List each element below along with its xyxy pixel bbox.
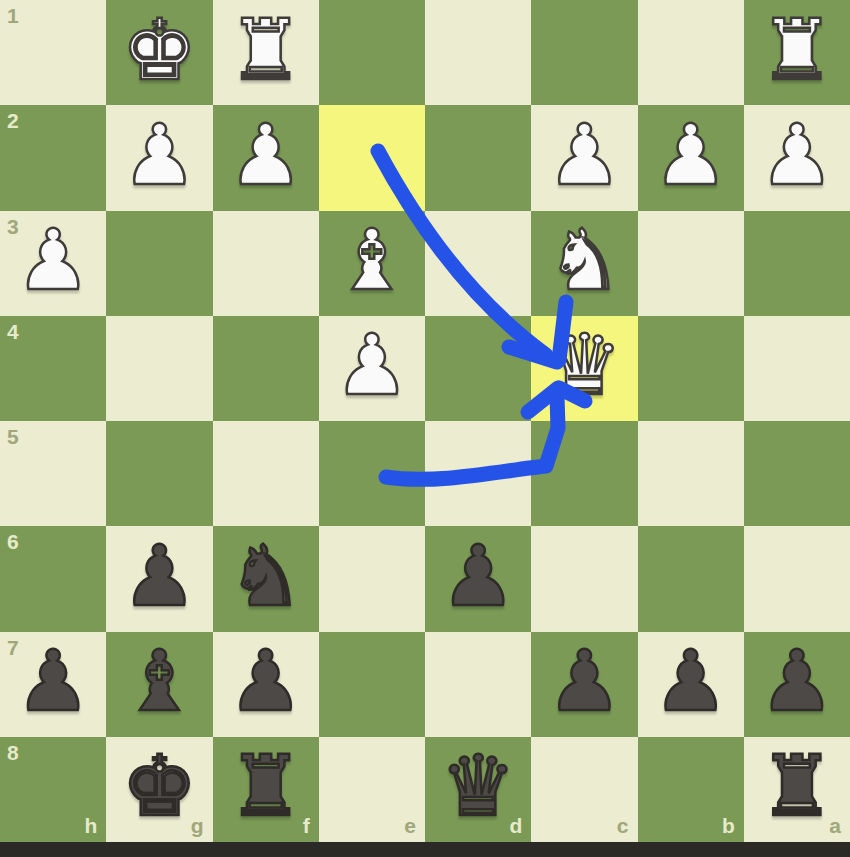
square-d4[interactable] [425,316,531,421]
file-label-b: b [722,815,735,836]
square-b2[interactable]: ♟ [638,105,744,210]
square-f6[interactable]: ♞ [213,526,319,631]
square-b5[interactable] [638,421,744,526]
square-c6[interactable] [531,526,637,631]
square-g2[interactable]: ♟ [106,105,212,210]
square-d8[interactable]: ♛d [425,737,531,842]
square-e1[interactable] [319,0,425,105]
white-pawn-b2[interactable]: ♟ [653,113,728,197]
white-pawn-g2[interactable]: ♟ [122,113,197,197]
rank-label-8: 8 [7,742,19,763]
square-b8[interactable]: b [638,737,744,842]
file-label-h: h [84,815,97,836]
black-pawn-f7[interactable]: ♟ [228,639,303,723]
black-rook-a8[interactable]: ♜ [759,744,834,828]
white-pawn-c2[interactable]: ♟ [547,113,622,197]
square-a5[interactable] [744,421,850,526]
square-e3[interactable]: ♝ [319,211,425,316]
black-bishop-g7[interactable]: ♝ [122,639,197,723]
white-king-g1[interactable]: ♚ [122,8,197,92]
white-pawn-h3[interactable]: ♟ [15,218,90,302]
square-c4[interactable]: ♛ [531,316,637,421]
white-rook-a1[interactable]: ♜ [759,8,834,92]
black-pawn-g6[interactable]: ♟ [122,534,197,618]
file-label-g: g [191,815,204,836]
square-g8[interactable]: ♚g [106,737,212,842]
white-rook-f1[interactable]: ♜ [228,8,303,92]
square-c5[interactable] [531,421,637,526]
rank-label-7: 7 [7,637,19,658]
square-g1[interactable]: ♚ [106,0,212,105]
rank-label-3: 3 [7,216,19,237]
square-h2[interactable]: 2 [0,105,106,210]
square-e2[interactable] [319,105,425,210]
square-h5[interactable]: 5 [0,421,106,526]
rank-label-5: 5 [7,426,19,447]
square-a1[interactable]: ♜ [744,0,850,105]
black-pawn-b7[interactable]: ♟ [653,639,728,723]
file-label-d: d [509,815,522,836]
square-h7[interactable]: ♟7 [0,632,106,737]
rank-label-1: 1 [7,5,19,26]
rank-label-4: 4 [7,321,19,342]
square-a6[interactable] [744,526,850,631]
square-h3[interactable]: ♟3 [0,211,106,316]
square-f8[interactable]: ♜f [213,737,319,842]
square-f1[interactable]: ♜ [213,0,319,105]
square-d5[interactable] [425,421,531,526]
square-e8[interactable]: e [319,737,425,842]
white-knight-c3[interactable]: ♞ [547,218,622,302]
black-rook-f8[interactable]: ♜ [228,744,303,828]
square-b1[interactable] [638,0,744,105]
square-h6[interactable]: 6 [0,526,106,631]
white-pawn-e4[interactable]: ♟ [334,323,409,407]
square-c2[interactable]: ♟ [531,105,637,210]
black-knight-f6[interactable]: ♞ [228,534,303,618]
square-h4[interactable]: 4 [0,316,106,421]
black-king-g8[interactable]: ♚ [122,744,197,828]
bottom-bar [0,842,850,857]
black-pawn-a7[interactable]: ♟ [759,639,834,723]
square-c1[interactable] [531,0,637,105]
file-label-c: c [617,815,629,836]
square-f5[interactable] [213,421,319,526]
file-label-f: f [303,815,310,836]
file-label-a: a [829,815,841,836]
black-pawn-h7[interactable]: ♟ [15,639,90,723]
square-h1[interactable]: 1 [0,0,106,105]
square-a4[interactable] [744,316,850,421]
square-g5[interactable] [106,421,212,526]
square-a7[interactable]: ♟ [744,632,850,737]
square-e5[interactable] [319,421,425,526]
chess-board: 1♚♜♜2♟♟♟♟♟♟3♝♞4♟♛56♟♞♟♟7♝♟♟♟♟8h♚g♜fe♛dcb… [0,0,850,842]
white-queen-c4[interactable]: ♛ [547,323,622,407]
square-e6[interactable] [319,526,425,631]
white-pawn-f2[interactable]: ♟ [228,113,303,197]
square-f4[interactable] [213,316,319,421]
black-pawn-c7[interactable]: ♟ [547,639,622,723]
square-g4[interactable] [106,316,212,421]
square-d7[interactable] [425,632,531,737]
square-f2[interactable]: ♟ [213,105,319,210]
square-b4[interactable] [638,316,744,421]
rank-label-2: 2 [7,110,19,131]
square-g3[interactable] [106,211,212,316]
square-b7[interactable]: ♟ [638,632,744,737]
square-h8[interactable]: 8h [0,737,106,842]
square-d2[interactable] [425,105,531,210]
square-a2[interactable]: ♟ [744,105,850,210]
black-pawn-d6[interactable]: ♟ [440,534,515,618]
square-d3[interactable] [425,211,531,316]
square-d6[interactable]: ♟ [425,526,531,631]
square-g7[interactable]: ♝ [106,632,212,737]
square-c8[interactable]: c [531,737,637,842]
white-bishop-e3[interactable]: ♝ [334,218,409,302]
file-label-e: e [404,815,416,836]
chess-board-wrap: 1♚♜♜2♟♟♟♟♟♟3♝♞4♟♛56♟♞♟♟7♝♟♟♟♟8h♚g♜fe♛dcb… [0,0,850,842]
square-e4[interactable]: ♟ [319,316,425,421]
square-g6[interactable]: ♟ [106,526,212,631]
square-b3[interactable] [638,211,744,316]
square-a3[interactable] [744,211,850,316]
square-f7[interactable]: ♟ [213,632,319,737]
rank-label-6: 6 [7,531,19,552]
square-a8[interactable]: ♜a [744,737,850,842]
square-d1[interactable] [425,0,531,105]
square-e7[interactable] [319,632,425,737]
white-pawn-a2[interactable]: ♟ [759,113,834,197]
black-queen-d8[interactable]: ♛ [440,744,515,828]
square-b6[interactable] [638,526,744,631]
square-c7[interactable]: ♟ [531,632,637,737]
square-f3[interactable] [213,211,319,316]
square-c3[interactable]: ♞ [531,211,637,316]
